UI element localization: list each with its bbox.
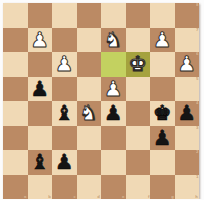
square-c5[interactable] — [52, 77, 77, 102]
square-h3[interactable]: 3 — [175, 126, 200, 151]
square-c8[interactable] — [52, 3, 77, 28]
square-h1[interactable]: 1h — [175, 175, 200, 200]
black-pawn[interactable]: ♟ — [101, 101, 126, 126]
black-bishop[interactable]: ♝ — [52, 101, 77, 126]
black-bishop[interactable]: ♝ — [28, 150, 53, 175]
square-g3[interactable]: ♟ — [150, 126, 175, 151]
black-pawn[interactable]: ♟ — [175, 101, 200, 126]
square-e4[interactable]: ♟ — [101, 101, 126, 126]
rank-label-5: 5 — [196, 77, 199, 81]
rank-label-1: 1 — [196, 175, 199, 179]
square-g4[interactable]: ♚ — [150, 101, 175, 126]
white-pawn[interactable]: ♟ — [150, 28, 175, 53]
square-a6[interactable] — [3, 52, 28, 77]
file-label-g: g — [171, 195, 174, 199]
square-f1[interactable]: f — [126, 175, 151, 200]
square-f6[interactable]: ♚ — [126, 52, 151, 77]
rank-label-7: 7 — [196, 28, 199, 32]
square-b1[interactable]: b — [28, 175, 53, 200]
square-e5[interactable]: ♟ — [101, 77, 126, 102]
black-pawn[interactable]: ♟ — [150, 126, 175, 151]
square-c2[interactable]: ♟ — [52, 150, 77, 175]
square-b7[interactable]: ♟ — [28, 28, 53, 53]
square-b3[interactable] — [28, 126, 53, 151]
square-a2[interactable] — [3, 150, 28, 175]
square-f5[interactable] — [126, 77, 151, 102]
white-knight[interactable]: ♞ — [77, 101, 102, 126]
black-king[interactable]: ♚ — [150, 101, 175, 126]
file-label-b: b — [48, 195, 51, 199]
white-pawn[interactable]: ♟ — [28, 28, 53, 53]
square-f8[interactable] — [126, 3, 151, 28]
black-pawn[interactable]: ♟ — [52, 150, 77, 175]
square-h4[interactable]: ♟4 — [175, 101, 200, 126]
square-f3[interactable] — [126, 126, 151, 151]
square-b8[interactable] — [28, 3, 53, 28]
rank-label-2: 2 — [196, 150, 199, 154]
square-h6[interactable]: ♟6 — [175, 52, 200, 77]
white-pawn[interactable]: ♟ — [101, 77, 126, 102]
square-f4[interactable] — [126, 101, 151, 126]
file-label-e: e — [122, 195, 124, 199]
square-d3[interactable] — [77, 126, 102, 151]
square-d7[interactable] — [77, 28, 102, 53]
square-c4[interactable]: ♝ — [52, 101, 77, 126]
white-pawn[interactable]: ♟ — [175, 52, 200, 77]
file-label-a: a — [24, 195, 26, 199]
square-f7[interactable] — [126, 28, 151, 53]
file-label-d: d — [97, 195, 100, 199]
square-e8[interactable] — [101, 3, 126, 28]
square-b6[interactable] — [28, 52, 53, 77]
file-label-c: c — [73, 195, 75, 199]
square-d1[interactable]: d — [77, 175, 102, 200]
square-g8[interactable] — [150, 3, 175, 28]
square-a8[interactable] — [3, 3, 28, 28]
square-e1[interactable]: e — [101, 175, 126, 200]
square-a3[interactable] — [3, 126, 28, 151]
square-d2[interactable] — [77, 150, 102, 175]
square-a4[interactable] — [3, 101, 28, 126]
square-g6[interactable] — [150, 52, 175, 77]
square-h5[interactable]: 5 — [175, 77, 200, 102]
square-h7[interactable]: 7 — [175, 28, 200, 53]
square-e6[interactable] — [101, 52, 126, 77]
square-b2[interactable]: ♝ — [28, 150, 53, 175]
square-d4[interactable]: ♞ — [77, 101, 102, 126]
square-e3[interactable] — [101, 126, 126, 151]
black-pawn[interactable]: ♟ — [28, 77, 53, 102]
square-f2[interactable] — [126, 150, 151, 175]
rank-label-8: 8 — [196, 3, 199, 7]
square-a1[interactable]: a — [3, 175, 28, 200]
square-g7[interactable]: ♟ — [150, 28, 175, 53]
square-d5[interactable] — [77, 77, 102, 102]
square-h8[interactable]: 8 — [175, 3, 200, 28]
square-c1[interactable]: c — [52, 175, 77, 200]
square-e7[interactable]: ♞ — [101, 28, 126, 53]
file-label-h: h — [195, 195, 198, 199]
square-g5[interactable] — [150, 77, 175, 102]
white-king[interactable]: ♚ — [126, 52, 151, 77]
square-a7[interactable] — [3, 28, 28, 53]
square-b5[interactable]: ♟ — [28, 77, 53, 102]
square-g2[interactable] — [150, 150, 175, 175]
square-d8[interactable] — [77, 3, 102, 28]
square-a5[interactable] — [3, 77, 28, 102]
square-c6[interactable]: ♟ — [52, 52, 77, 77]
white-knight[interactable]: ♞ — [101, 28, 126, 53]
chess-board: 8♟♞♟7♟♚♟6♟♟5♝♞♟♚♟4♟3♝♟2abcdefg1h — [3, 3, 199, 199]
square-h2[interactable]: 2 — [175, 150, 200, 175]
rank-label-3: 3 — [196, 126, 199, 130]
square-b4[interactable] — [28, 101, 53, 126]
square-d6[interactable] — [77, 52, 102, 77]
square-c7[interactable] — [52, 28, 77, 53]
white-pawn[interactable]: ♟ — [52, 52, 77, 77]
square-e2[interactable] — [101, 150, 126, 175]
square-g1[interactable]: g — [150, 175, 175, 200]
file-label-f: f — [147, 195, 149, 199]
square-c3[interactable] — [52, 126, 77, 151]
